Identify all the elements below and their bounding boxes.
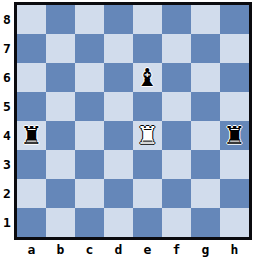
file-labels: abcdefgh (17, 241, 249, 258)
square-g5[interactable] (191, 92, 220, 121)
square-c3[interactable] (75, 150, 104, 179)
rank-label-5: 5 (0, 92, 14, 121)
square-e8[interactable] (133, 5, 162, 34)
square-h7[interactable] (220, 34, 249, 63)
rank-label-7: 7 (0, 34, 14, 63)
file-label-b: b (46, 241, 75, 258)
square-c6[interactable] (75, 63, 104, 92)
black-rook[interactable]: ♜ (17, 121, 46, 150)
chess-diagram: 87654321 ♝♜♜♜ abcdefgh (0, 0, 256, 258)
chess-board: ♝♜♜♜ (14, 2, 252, 240)
file-label-e: e (133, 241, 162, 258)
square-c1[interactable] (75, 208, 104, 237)
square-a6[interactable] (17, 63, 46, 92)
square-b3[interactable] (46, 150, 75, 179)
square-g3[interactable] (191, 150, 220, 179)
square-g8[interactable] (191, 5, 220, 34)
square-a3[interactable] (17, 150, 46, 179)
black-rook[interactable]: ♜ (220, 121, 249, 150)
square-a2[interactable] (17, 179, 46, 208)
square-f8[interactable] (162, 5, 191, 34)
square-h4[interactable]: ♜ (220, 121, 249, 150)
square-a5[interactable] (17, 92, 46, 121)
square-c8[interactable] (75, 5, 104, 34)
file-label-f: f (162, 241, 191, 258)
rank-label-8: 8 (0, 5, 14, 34)
square-f7[interactable] (162, 34, 191, 63)
square-f2[interactable] (162, 179, 191, 208)
square-b8[interactable] (46, 5, 75, 34)
square-g1[interactable] (191, 208, 220, 237)
square-f4[interactable] (162, 121, 191, 150)
file-label-h: h (220, 241, 249, 258)
rank-labels: 87654321 (0, 5, 14, 237)
square-g4[interactable] (191, 121, 220, 150)
rank-label-2: 2 (0, 179, 14, 208)
square-d5[interactable] (104, 92, 133, 121)
square-a1[interactable] (17, 208, 46, 237)
square-h5[interactable] (220, 92, 249, 121)
square-b1[interactable] (46, 208, 75, 237)
file-label-c: c (75, 241, 104, 258)
square-c7[interactable] (75, 34, 104, 63)
square-d8[interactable] (104, 5, 133, 34)
square-d3[interactable] (104, 150, 133, 179)
square-f1[interactable] (162, 208, 191, 237)
square-g2[interactable] (191, 179, 220, 208)
rank-label-4: 4 (0, 121, 14, 150)
rank-label-1: 1 (0, 208, 14, 237)
rank-label-3: 3 (0, 150, 14, 179)
square-b2[interactable] (46, 179, 75, 208)
square-c5[interactable] (75, 92, 104, 121)
square-c4[interactable] (75, 121, 104, 150)
white-rook[interactable]: ♜ (133, 121, 162, 150)
square-a8[interactable] (17, 5, 46, 34)
square-f6[interactable] (162, 63, 191, 92)
square-h6[interactable] (220, 63, 249, 92)
square-f3[interactable] (162, 150, 191, 179)
square-b4[interactable] (46, 121, 75, 150)
square-b5[interactable] (46, 92, 75, 121)
square-g6[interactable] (191, 63, 220, 92)
square-e5[interactable] (133, 92, 162, 121)
rank-label-6: 6 (0, 63, 14, 92)
square-h2[interactable] (220, 179, 249, 208)
square-h1[interactable] (220, 208, 249, 237)
square-e3[interactable] (133, 150, 162, 179)
square-e6[interactable]: ♝ (133, 63, 162, 92)
black-bishop[interactable]: ♝ (133, 63, 162, 92)
square-h8[interactable] (220, 5, 249, 34)
square-a7[interactable] (17, 34, 46, 63)
square-d1[interactable] (104, 208, 133, 237)
square-h3[interactable] (220, 150, 249, 179)
square-f5[interactable] (162, 92, 191, 121)
square-c2[interactable] (75, 179, 104, 208)
square-d2[interactable] (104, 179, 133, 208)
square-e2[interactable] (133, 179, 162, 208)
square-d6[interactable] (104, 63, 133, 92)
square-e1[interactable] (133, 208, 162, 237)
square-d7[interactable] (104, 34, 133, 63)
file-label-a: a (17, 241, 46, 258)
square-e7[interactable] (133, 34, 162, 63)
square-b7[interactable] (46, 34, 75, 63)
square-b6[interactable] (46, 63, 75, 92)
square-d4[interactable] (104, 121, 133, 150)
file-label-g: g (191, 241, 220, 258)
square-g7[interactable] (191, 34, 220, 63)
file-label-d: d (104, 241, 133, 258)
square-a4[interactable]: ♜ (17, 121, 46, 150)
square-e4[interactable]: ♜ (133, 121, 162, 150)
